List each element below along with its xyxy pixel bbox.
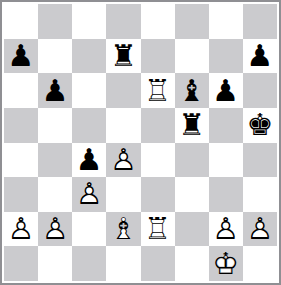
piece-outline-layer: ♗ bbox=[110, 214, 137, 244]
square-h7[interactable]: ♟ bbox=[243, 39, 277, 74]
square-c8[interactable] bbox=[72, 4, 106, 39]
square-h5[interactable]: ♚ bbox=[243, 108, 277, 143]
square-h2[interactable]: ♟♙ bbox=[243, 212, 277, 247]
square-b2[interactable]: ♟♙ bbox=[38, 212, 72, 247]
white-pawn-piece: ♟♙ bbox=[76, 179, 103, 209]
square-a1[interactable] bbox=[4, 246, 38, 281]
black-pawn-piece: ♟ bbox=[246, 41, 273, 71]
square-g1[interactable]: ♚♔ bbox=[209, 246, 243, 281]
square-a6[interactable] bbox=[4, 73, 38, 108]
white-pawn-piece: ♟♙ bbox=[212, 214, 239, 244]
square-d6[interactable] bbox=[106, 73, 140, 108]
black-pawn-piece: ♟ bbox=[76, 145, 103, 175]
black-pawn-piece: ♟ bbox=[42, 76, 69, 106]
square-h6[interactable] bbox=[243, 73, 277, 108]
piece-outline-layer: ♔ bbox=[212, 249, 239, 279]
black-pawn-piece: ♟ bbox=[8, 41, 35, 71]
square-h1[interactable] bbox=[243, 246, 277, 281]
white-pawn-piece: ♟♙ bbox=[42, 214, 69, 244]
piece-outline-layer: ♙ bbox=[42, 214, 69, 244]
square-b8[interactable] bbox=[38, 4, 72, 39]
square-g3[interactable] bbox=[209, 177, 243, 212]
square-d3[interactable] bbox=[106, 177, 140, 212]
square-d7[interactable]: ♜ bbox=[106, 39, 140, 74]
piece-outline-layer: ♙ bbox=[8, 214, 35, 244]
black-rook-piece: ♜ bbox=[110, 41, 137, 71]
square-c6[interactable] bbox=[72, 73, 106, 108]
square-f7[interactable] bbox=[175, 39, 209, 74]
square-d1[interactable] bbox=[106, 246, 140, 281]
chess-board: ♟♜♟♟♜♖♝♟♜♚♟♟♙♟♙♟♙♟♙♝♗♜♖♟♙♟♙♚♔ bbox=[4, 4, 277, 281]
square-a8[interactable] bbox=[4, 4, 38, 39]
square-c5[interactable] bbox=[72, 108, 106, 143]
square-f8[interactable] bbox=[175, 4, 209, 39]
square-f3[interactable] bbox=[175, 177, 209, 212]
square-e2[interactable]: ♜♖ bbox=[141, 212, 175, 247]
square-c7[interactable] bbox=[72, 39, 106, 74]
square-g8[interactable] bbox=[209, 4, 243, 39]
square-b1[interactable] bbox=[38, 246, 72, 281]
black-bishop-piece: ♝ bbox=[178, 76, 205, 106]
square-d2[interactable]: ♝♗ bbox=[106, 212, 140, 247]
black-pawn-piece: ♟ bbox=[212, 76, 239, 106]
square-f2[interactable] bbox=[175, 212, 209, 247]
square-g6[interactable]: ♟ bbox=[209, 73, 243, 108]
square-f5[interactable]: ♜ bbox=[175, 108, 209, 143]
square-a2[interactable]: ♟♙ bbox=[4, 212, 38, 247]
black-rook-piece: ♜ bbox=[178, 110, 205, 140]
square-a7[interactable]: ♟ bbox=[4, 39, 38, 74]
white-pawn-piece: ♟♙ bbox=[110, 145, 137, 175]
square-e6[interactable]: ♜♖ bbox=[141, 73, 175, 108]
white-rook-piece: ♜♖ bbox=[144, 76, 171, 106]
white-pawn-piece: ♟♙ bbox=[8, 214, 35, 244]
square-c4[interactable]: ♟ bbox=[72, 143, 106, 178]
square-g2[interactable]: ♟♙ bbox=[209, 212, 243, 247]
square-g4[interactable] bbox=[209, 143, 243, 178]
square-a5[interactable] bbox=[4, 108, 38, 143]
piece-outline-layer: ♖ bbox=[144, 214, 171, 244]
piece-outline-layer: ♙ bbox=[212, 214, 239, 244]
square-f4[interactable] bbox=[175, 143, 209, 178]
square-h3[interactable] bbox=[243, 177, 277, 212]
square-e4[interactable] bbox=[141, 143, 175, 178]
square-b7[interactable] bbox=[38, 39, 72, 74]
white-bishop-piece: ♝♗ bbox=[110, 214, 137, 244]
chess-board-frame: ♟♜♟♟♜♖♝♟♜♚♟♟♙♟♙♟♙♟♙♝♗♜♖♟♙♟♙♚♔ bbox=[0, 0, 281, 285]
white-king-piece: ♚♔ bbox=[212, 249, 239, 279]
white-pawn-piece: ♟♙ bbox=[246, 214, 273, 244]
square-c1[interactable] bbox=[72, 246, 106, 281]
square-e5[interactable] bbox=[141, 108, 175, 143]
square-g5[interactable] bbox=[209, 108, 243, 143]
square-d4[interactable]: ♟♙ bbox=[106, 143, 140, 178]
piece-outline-layer: ♖ bbox=[144, 76, 171, 106]
square-e7[interactable] bbox=[141, 39, 175, 74]
square-b5[interactable] bbox=[38, 108, 72, 143]
black-king-piece: ♚ bbox=[246, 110, 273, 140]
square-h4[interactable] bbox=[243, 143, 277, 178]
square-d5[interactable] bbox=[106, 108, 140, 143]
square-f6[interactable]: ♝ bbox=[175, 73, 209, 108]
piece-outline-layer: ♙ bbox=[110, 145, 137, 175]
square-b3[interactable] bbox=[38, 177, 72, 212]
piece-outline-layer: ♙ bbox=[76, 179, 103, 209]
white-rook-piece: ♜♖ bbox=[144, 214, 171, 244]
square-h8[interactable] bbox=[243, 4, 277, 39]
square-a4[interactable] bbox=[4, 143, 38, 178]
square-b4[interactable] bbox=[38, 143, 72, 178]
square-a3[interactable] bbox=[4, 177, 38, 212]
square-f1[interactable] bbox=[175, 246, 209, 281]
square-b6[interactable]: ♟ bbox=[38, 73, 72, 108]
square-d8[interactable] bbox=[106, 4, 140, 39]
square-e1[interactable] bbox=[141, 246, 175, 281]
piece-outline-layer: ♙ bbox=[246, 214, 273, 244]
square-c3[interactable]: ♟♙ bbox=[72, 177, 106, 212]
square-c2[interactable] bbox=[72, 212, 106, 247]
square-e3[interactable] bbox=[141, 177, 175, 212]
square-g7[interactable] bbox=[209, 39, 243, 74]
square-e8[interactable] bbox=[141, 4, 175, 39]
